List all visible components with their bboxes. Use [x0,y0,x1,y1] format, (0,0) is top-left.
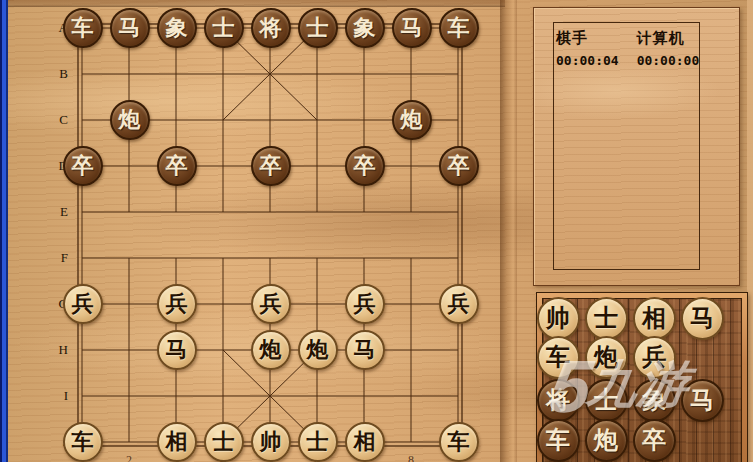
board-piece-black-卒[interactable]: 卒 [157,146,197,186]
board-cell: 兵 [153,281,200,327]
board-cell: 卒 [153,143,200,189]
board-cell: 车 [59,419,106,462]
board-piece-red-兵[interactable]: 兵 [439,284,479,324]
board-piece-black-士[interactable]: 士 [204,8,244,48]
board-cell: 卒 [341,143,388,189]
tray-piece-black-卒[interactable]: 卒 [633,419,676,462]
board-cell: 帅 [247,419,294,462]
board-cell: 马 [106,5,153,51]
board-cell: 兵 [435,281,482,327]
board-cell: 车 [435,5,482,51]
board-piece-red-士[interactable]: 士 [204,422,244,462]
board-piece-red-士[interactable]: 士 [298,422,338,462]
board-cell: 炮 [388,97,435,143]
board-cell: 卒 [59,143,106,189]
tray-piece-red-帅[interactable]: 帅 [537,297,580,340]
board-piece-red-车[interactable]: 车 [63,422,103,462]
board-piece-red-兵[interactable]: 兵 [63,284,103,324]
board-piece-red-炮[interactable]: 炮 [251,330,291,370]
tray-piece-red-士[interactable]: 士 [585,297,628,340]
computer-label: 计算机 [637,29,700,48]
board-piece-black-马[interactable]: 马 [110,8,150,48]
tray-piece-red-马[interactable]: 马 [681,297,724,340]
board-piece-red-帅[interactable]: 帅 [251,422,291,462]
board-piece-red-兵[interactable]: 兵 [251,284,291,324]
board-cell: 兵 [247,281,294,327]
board-piece-black-卒[interactable]: 卒 [63,146,103,186]
board-cell: 相 [341,419,388,462]
board-piece-black-士[interactable]: 士 [298,8,338,48]
board-piece-red-车[interactable]: 车 [439,422,479,462]
board-piece-black-炮[interactable]: 炮 [392,100,432,140]
board-cell: 马 [341,327,388,373]
clock-panel: 棋手 00:00:04 计算机 00:00:00 [533,7,740,286]
site-watermark: 5九游 [545,350,695,424]
board-cell: 士 [294,419,341,462]
board-piece-black-车[interactable]: 车 [439,8,479,48]
board-piece-red-马[interactable]: 马 [345,330,385,370]
board-piece-black-卒[interactable]: 卒 [251,146,291,186]
board-piece-black-将[interactable]: 将 [251,8,291,48]
board-piece-black-炮[interactable]: 炮 [110,100,150,140]
board-cell: 卒 [247,143,294,189]
board-cell: 士 [200,5,247,51]
board-piece-red-炮[interactable]: 炮 [298,330,338,370]
board-piece-black-卒[interactable]: 卒 [439,146,479,186]
player-clock: 00:00:04 [556,53,619,68]
board-piece-red-相[interactable]: 相 [157,422,197,462]
board-cell: 象 [153,5,200,51]
xiangqi-game-window: ABCDEFGHIJ 123456789 车马象士将士象马车炮炮卒卒卒卒卒兵兵兵… [0,0,753,462]
board-piece-red-兵[interactable]: 兵 [157,284,197,324]
board-piece-black-象[interactable]: 象 [345,8,385,48]
board-piece-black-象[interactable]: 象 [157,8,197,48]
tray-piece-red-相[interactable]: 相 [633,297,676,340]
board-cell: 相 [153,419,200,462]
board-piece-red-兵[interactable]: 兵 [345,284,385,324]
board-cell: 象 [341,5,388,51]
board-cell: 将 [247,5,294,51]
board-cell: 炮 [247,327,294,373]
board-cell: 兵 [59,281,106,327]
clock-panel-inner-box: 棋手 00:00:04 计算机 00:00:00 [553,22,700,270]
xiangqi-board[interactable]: 车马象士将士象马车炮炮卒卒卒卒卒兵兵兵兵兵马炮炮马车相士帅士相车 [59,5,482,462]
board-cell: 车 [435,419,482,462]
board-piece-red-相[interactable]: 相 [345,422,385,462]
board-cell: 炮 [294,327,341,373]
board-piece-black-卒[interactable]: 卒 [345,146,385,186]
board-cell: 炮 [106,97,153,143]
board-piece-black-车[interactable]: 车 [63,8,103,48]
computer-clock: 00:00:00 [637,53,700,68]
tray-piece-black-炮[interactable]: 炮 [585,419,628,462]
board-piece-black-马[interactable]: 马 [392,8,432,48]
board-cell: 马 [388,5,435,51]
board-cell: 兵 [341,281,388,327]
board-cell: 士 [200,419,247,462]
board-cell: 士 [294,5,341,51]
player-label: 棋手 [556,29,619,48]
window-left-blue-strip [0,0,8,462]
board-cell: 车 [59,5,106,51]
board-cell: 卒 [435,143,482,189]
board-cell: 马 [153,327,200,373]
watermark-text: 九游 [584,359,693,409]
board-piece-red-马[interactable]: 马 [157,330,197,370]
